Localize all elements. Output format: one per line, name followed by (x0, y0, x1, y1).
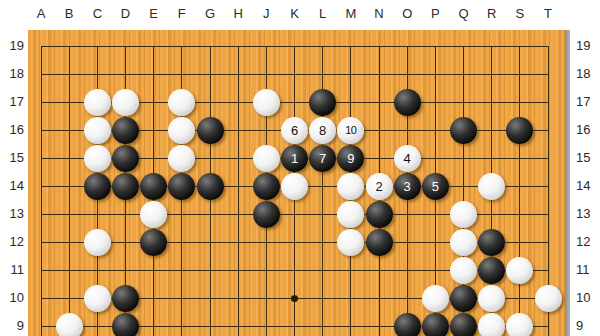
row-label-right: 12 (576, 234, 600, 250)
grid-line-vertical (238, 46, 239, 336)
stone-S16 (506, 117, 533, 144)
row-label-left: 11 (0, 262, 24, 278)
stone-K15: 1 (281, 145, 308, 172)
grid-line-horizontal (41, 74, 549, 75)
move-number: 3 (404, 179, 411, 194)
stone-D9 (112, 313, 139, 336)
stone-L15: 7 (309, 145, 336, 172)
row-label-left: 17 (0, 94, 24, 110)
stone-R12 (478, 229, 505, 256)
grid-line-vertical (69, 46, 70, 336)
stone-D15 (112, 145, 139, 172)
stone-M12 (337, 229, 364, 256)
stone-J14 (253, 173, 280, 200)
row-label-right: 13 (576, 206, 600, 222)
move-number: 10 (345, 124, 356, 136)
row-label-right: 17 (576, 94, 600, 110)
stone-G16 (197, 117, 224, 144)
stone-G14 (197, 173, 224, 200)
move-number: 2 (375, 179, 382, 194)
stone-C10 (84, 285, 111, 312)
go-diagram: 68101794235 ABCDEFGHJKLMNOPQRST 19181716… (0, 0, 600, 336)
row-label-left: 13 (0, 206, 24, 222)
move-number: 8 (319, 123, 326, 138)
move-number: 1 (291, 151, 298, 166)
stone-O9 (394, 313, 421, 336)
row-label-right: 10 (576, 290, 600, 306)
stone-J13 (253, 201, 280, 228)
move-number: 6 (291, 123, 298, 138)
stone-B9 (56, 313, 83, 336)
column-label: E (149, 6, 158, 22)
row-label-right: 18 (576, 66, 600, 82)
column-label: J (263, 6, 270, 22)
column-label: Q (458, 6, 468, 22)
stone-D16 (112, 117, 139, 144)
stone-M13 (337, 201, 364, 228)
stone-J15 (253, 145, 280, 172)
stone-Q9 (450, 313, 477, 336)
stone-Q13 (450, 201, 477, 228)
row-label-right: 16 (576, 122, 600, 138)
move-number: 4 (404, 151, 411, 166)
stone-N12 (366, 229, 393, 256)
stone-C16 (84, 117, 111, 144)
stone-T10 (535, 285, 562, 312)
stone-L16: 8 (309, 117, 336, 144)
row-label-left: 18 (0, 66, 24, 82)
stone-E14 (140, 173, 167, 200)
column-label: L (319, 6, 326, 22)
row-label-left: 19 (0, 38, 24, 54)
stone-F16 (168, 117, 195, 144)
stone-C15 (84, 145, 111, 172)
stone-O15: 4 (394, 145, 421, 172)
stone-E13 (140, 201, 167, 228)
column-label: A (37, 6, 46, 22)
stone-M16: 10 (337, 117, 364, 144)
column-label: D (121, 6, 130, 22)
stone-Q11 (450, 257, 477, 284)
stone-M15: 9 (337, 145, 364, 172)
stone-R14 (478, 173, 505, 200)
stone-D14 (112, 173, 139, 200)
stone-C14 (84, 173, 111, 200)
column-label: M (345, 6, 356, 22)
column-label: N (374, 6, 383, 22)
stone-F17 (168, 89, 195, 116)
stone-S9 (506, 313, 533, 336)
row-label-right: 11 (576, 262, 600, 278)
stone-P10 (422, 285, 449, 312)
move-number: 7 (319, 151, 326, 166)
stone-K14 (281, 173, 308, 200)
row-label-left: 15 (0, 150, 24, 166)
stone-D10 (112, 285, 139, 312)
grid-line-vertical (41, 46, 42, 336)
stone-L17 (309, 89, 336, 116)
star-point (291, 295, 298, 302)
column-label: R (487, 6, 496, 22)
go-board[interactable]: 68101794235 (28, 30, 565, 336)
stone-M14 (337, 173, 364, 200)
stone-E12 (140, 229, 167, 256)
grid-line-horizontal (41, 46, 549, 47)
grid-line-vertical (519, 46, 520, 336)
stone-S11 (506, 257, 533, 284)
column-label: O (402, 6, 412, 22)
column-label: H (233, 6, 242, 22)
stone-C17 (84, 89, 111, 116)
stone-J17 (253, 89, 280, 116)
stone-K16: 6 (281, 117, 308, 144)
stone-O17 (394, 89, 421, 116)
stone-N13 (366, 201, 393, 228)
row-label-right: 9 (576, 318, 600, 334)
column-label: C (93, 6, 102, 22)
row-label-right: 15 (576, 150, 600, 166)
stone-F14 (168, 173, 195, 200)
row-label-left: 14 (0, 178, 24, 194)
stone-Q16 (450, 117, 477, 144)
move-number: 5 (432, 179, 439, 194)
stone-P14: 5 (422, 173, 449, 200)
stone-C12 (84, 229, 111, 256)
stone-Q10 (450, 285, 477, 312)
row-label-right: 14 (576, 178, 600, 194)
row-label-left: 10 (0, 290, 24, 306)
column-label: B (65, 6, 74, 22)
stone-O14: 3 (394, 173, 421, 200)
stone-R11 (478, 257, 505, 284)
column-label: P (431, 6, 440, 22)
stone-Q12 (450, 229, 477, 256)
row-label-right: 19 (576, 38, 600, 54)
stone-R10 (478, 285, 505, 312)
stone-N14: 2 (366, 173, 393, 200)
stone-R9 (478, 313, 505, 336)
row-label-left: 12 (0, 234, 24, 250)
stone-D17 (112, 89, 139, 116)
column-label: G (205, 6, 215, 22)
column-label: K (290, 6, 299, 22)
column-label: T (544, 6, 552, 22)
stone-F15 (168, 145, 195, 172)
stone-P9 (422, 313, 449, 336)
row-label-left: 16 (0, 122, 24, 138)
move-number: 9 (347, 151, 354, 166)
column-label: F (178, 6, 186, 22)
column-label: S (516, 6, 525, 22)
row-label-left: 9 (0, 318, 24, 334)
